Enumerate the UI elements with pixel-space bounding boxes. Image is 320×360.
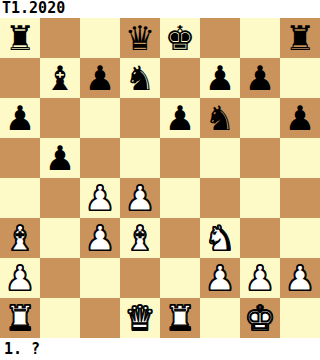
- page-title: T1.2020: [0, 0, 320, 18]
- square-c1[interactable]: [80, 298, 120, 338]
- square-f2[interactable]: ♟: [200, 258, 240, 298]
- piece-black-pawn: ♟: [85, 58, 115, 98]
- square-c5[interactable]: [80, 138, 120, 178]
- square-d4[interactable]: ♟: [120, 178, 160, 218]
- square-a4[interactable]: [0, 178, 40, 218]
- square-c7[interactable]: ♟: [80, 58, 120, 98]
- square-f7[interactable]: ♟: [200, 58, 240, 98]
- square-c3[interactable]: ♟: [80, 218, 120, 258]
- piece-white-bishop: ♝: [5, 218, 35, 258]
- piece-black-pawn: ♟: [5, 98, 35, 138]
- square-e5[interactable]: [160, 138, 200, 178]
- square-a3[interactable]: ♝: [0, 218, 40, 258]
- piece-black-bishop: ♝: [45, 58, 75, 98]
- square-b4[interactable]: [40, 178, 80, 218]
- square-a1[interactable]: ♜: [0, 298, 40, 338]
- piece-white-king: ♚: [245, 298, 275, 338]
- square-g8[interactable]: [240, 18, 280, 58]
- piece-white-rook: ♜: [165, 298, 195, 338]
- square-h6[interactable]: ♟: [280, 98, 320, 138]
- square-a7[interactable]: [0, 58, 40, 98]
- square-d8[interactable]: ♛: [120, 18, 160, 58]
- square-a2[interactable]: ♟: [0, 258, 40, 298]
- square-g5[interactable]: [240, 138, 280, 178]
- square-h1[interactable]: [280, 298, 320, 338]
- square-b6[interactable]: [40, 98, 80, 138]
- move-prompt: 1. ?: [0, 338, 320, 360]
- square-e7[interactable]: [160, 58, 200, 98]
- square-g7[interactable]: ♟: [240, 58, 280, 98]
- square-d2[interactable]: [120, 258, 160, 298]
- square-d3[interactable]: ♝: [120, 218, 160, 258]
- square-e6[interactable]: ♟: [160, 98, 200, 138]
- piece-white-bishop: ♝: [125, 218, 155, 258]
- square-h3[interactable]: [280, 218, 320, 258]
- square-a6[interactable]: ♟: [0, 98, 40, 138]
- square-c6[interactable]: [80, 98, 120, 138]
- square-b8[interactable]: [40, 18, 80, 58]
- square-g6[interactable]: [240, 98, 280, 138]
- square-a5[interactable]: [0, 138, 40, 178]
- piece-black-pawn: ♟: [245, 58, 275, 98]
- piece-white-pawn: ♟: [285, 258, 315, 298]
- square-b3[interactable]: [40, 218, 80, 258]
- piece-white-knight: ♞: [205, 218, 235, 258]
- piece-white-pawn: ♟: [85, 178, 115, 218]
- square-h5[interactable]: [280, 138, 320, 178]
- square-h4[interactable]: [280, 178, 320, 218]
- square-h8[interactable]: ♜: [280, 18, 320, 58]
- piece-white-pawn: ♟: [205, 258, 235, 298]
- square-e3[interactable]: [160, 218, 200, 258]
- piece-black-pawn: ♟: [165, 98, 195, 138]
- square-f8[interactable]: [200, 18, 240, 58]
- square-c4[interactable]: ♟: [80, 178, 120, 218]
- square-f6[interactable]: ♞: [200, 98, 240, 138]
- piece-white-pawn: ♟: [85, 218, 115, 258]
- piece-black-pawn: ♟: [285, 98, 315, 138]
- square-g2[interactable]: ♟: [240, 258, 280, 298]
- piece-black-rook: ♜: [5, 18, 35, 58]
- piece-black-pawn: ♟: [205, 58, 235, 98]
- square-f5[interactable]: [200, 138, 240, 178]
- square-e4[interactable]: [160, 178, 200, 218]
- square-f1[interactable]: [200, 298, 240, 338]
- piece-black-king: ♚: [165, 18, 195, 58]
- piece-white-pawn: ♟: [125, 178, 155, 218]
- piece-black-pawn: ♟: [45, 138, 75, 178]
- piece-black-queen: ♛: [125, 18, 155, 58]
- piece-white-queen: ♛: [125, 298, 155, 338]
- piece-white-pawn: ♟: [245, 258, 275, 298]
- square-e1[interactable]: ♜: [160, 298, 200, 338]
- square-b5[interactable]: ♟: [40, 138, 80, 178]
- square-b7[interactable]: ♝: [40, 58, 80, 98]
- square-e8[interactable]: ♚: [160, 18, 200, 58]
- square-h7[interactable]: [280, 58, 320, 98]
- square-d6[interactable]: [120, 98, 160, 138]
- square-f3[interactable]: ♞: [200, 218, 240, 258]
- piece-black-knight: ♞: [125, 58, 155, 98]
- square-a8[interactable]: ♜: [0, 18, 40, 58]
- square-d1[interactable]: ♛: [120, 298, 160, 338]
- square-c8[interactable]: [80, 18, 120, 58]
- square-g4[interactable]: [240, 178, 280, 218]
- square-b2[interactable]: [40, 258, 80, 298]
- square-h2[interactable]: ♟: [280, 258, 320, 298]
- piece-white-pawn: ♟: [5, 258, 35, 298]
- piece-black-rook: ♜: [285, 18, 315, 58]
- square-c2[interactable]: [80, 258, 120, 298]
- piece-black-knight: ♞: [205, 98, 235, 138]
- square-d5[interactable]: [120, 138, 160, 178]
- square-b1[interactable]: [40, 298, 80, 338]
- piece-white-rook: ♜: [5, 298, 35, 338]
- square-d7[interactable]: ♞: [120, 58, 160, 98]
- square-f4[interactable]: [200, 178, 240, 218]
- square-e2[interactable]: [160, 258, 200, 298]
- chess-board: ♜♛♚♜♝♟♞♟♟♟♟♞♟♟♟♟♝♟♝♞♟♟♟♟♜♛♜♚: [0, 18, 320, 338]
- square-g3[interactable]: [240, 218, 280, 258]
- square-g1[interactable]: ♚: [240, 298, 280, 338]
